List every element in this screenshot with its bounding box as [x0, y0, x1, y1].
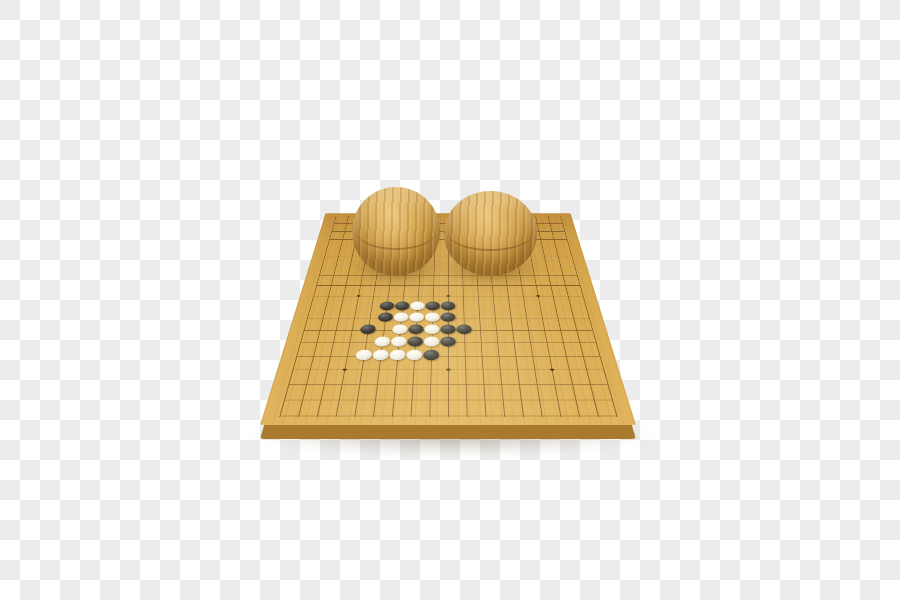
stone-white [424, 337, 440, 347]
star-point [549, 369, 554, 371]
stone-white [374, 337, 391, 347]
star-point [342, 369, 347, 371]
stone-black [377, 313, 393, 322]
stone-black [423, 349, 439, 360]
stone-white [355, 349, 373, 360]
stone-white [391, 337, 407, 347]
star-point [446, 369, 451, 371]
stone-black [408, 324, 424, 334]
stone-white [409, 313, 424, 322]
stone-bowl-right [444, 191, 537, 276]
stone-white [406, 349, 423, 360]
stone-white [410, 301, 425, 310]
star-point [446, 295, 450, 297]
stone-white [389, 349, 406, 360]
stone-black [425, 301, 440, 310]
stone-black [440, 324, 455, 334]
stone-bowl-left [352, 187, 440, 276]
stone-white [425, 313, 440, 322]
stone-black [379, 301, 395, 310]
stone-white [372, 349, 389, 360]
stone-black [456, 324, 471, 334]
stone-white [392, 324, 408, 334]
stone-white [424, 324, 439, 334]
stone-black [440, 337, 456, 347]
stone-black [394, 301, 409, 310]
bowl-lid-seam [448, 215, 534, 251]
stone-black [441, 301, 456, 310]
stone-black [441, 313, 456, 322]
star-point [356, 295, 360, 297]
bowl-lid-seam [356, 212, 437, 250]
stone-white [393, 313, 409, 322]
product-photo-stage [0, 0, 900, 600]
stone-black [407, 337, 423, 347]
star-point [536, 295, 540, 297]
stone-black [360, 324, 377, 334]
